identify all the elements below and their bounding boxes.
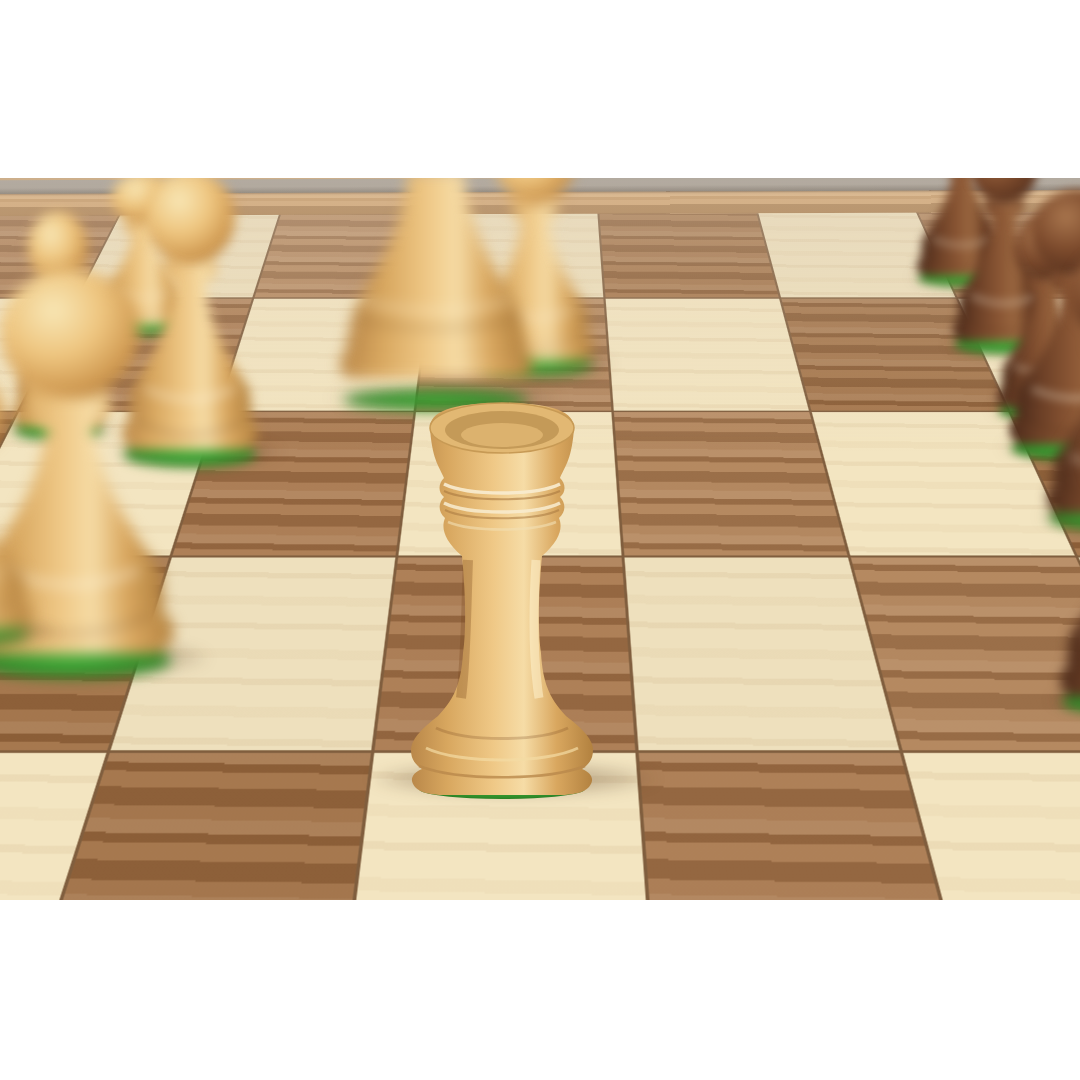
bishop-shape <box>332 178 540 412</box>
rook-shape <box>396 398 608 802</box>
product-photo-canvas <box>0 0 1080 1080</box>
white-pawn white-pawn-front-partial <box>0 358 40 648</box>
black-pawn black-pawn-front-partial <box>1052 398 1080 718</box>
pawn-shape <box>1052 398 1080 718</box>
white-bishop white-bishop-back <box>332 178 540 412</box>
chess-photo-stage <box>0 178 1080 900</box>
pawn-shape <box>0 358 40 648</box>
white-rook white-rook-center <box>396 398 608 802</box>
pieces-layer <box>0 178 1080 900</box>
